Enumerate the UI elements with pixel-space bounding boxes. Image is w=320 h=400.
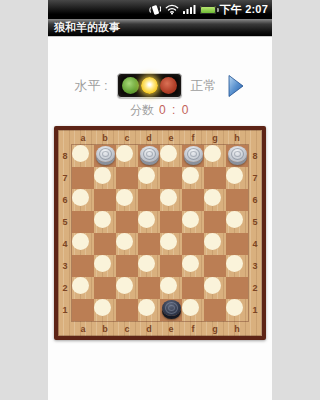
title-bar: 狼和羊的故事 bbox=[48, 19, 272, 37]
file-label-c: c bbox=[116, 133, 138, 143]
rank-label-6: 6 bbox=[248, 195, 262, 205]
square-e5[interactable] bbox=[160, 211, 182, 233]
square-g1[interactable] bbox=[204, 299, 226, 321]
square-c1[interactable] bbox=[116, 299, 138, 321]
square-c8[interactable] bbox=[116, 145, 133, 162]
square-d6[interactable] bbox=[138, 189, 160, 211]
file-label-g: g bbox=[204, 133, 226, 143]
square-b2[interactable] bbox=[94, 277, 116, 299]
square-c4[interactable] bbox=[116, 233, 133, 250]
square-f2[interactable] bbox=[182, 277, 204, 299]
rank-label-4: 4 bbox=[58, 239, 72, 249]
file-labels-top: abcdefgh bbox=[72, 130, 262, 145]
square-f1[interactable] bbox=[182, 299, 199, 316]
rank-label-7: 7 bbox=[248, 173, 262, 183]
vibrate-icon bbox=[149, 4, 161, 16]
square-e6[interactable] bbox=[160, 189, 177, 206]
square-c5[interactable] bbox=[116, 211, 138, 233]
square-a1[interactable] bbox=[72, 299, 94, 321]
square-g8[interactable] bbox=[204, 145, 221, 162]
square-f3[interactable] bbox=[182, 255, 199, 272]
file-label-h: h bbox=[226, 133, 248, 143]
square-e4[interactable] bbox=[160, 233, 177, 250]
traffic-light-selector[interactable] bbox=[117, 73, 182, 98]
sheep-piece-b8[interactable] bbox=[96, 146, 115, 162]
rank-label-4: 4 bbox=[248, 239, 262, 249]
square-a4[interactable] bbox=[72, 233, 89, 250]
file-label-a: a bbox=[72, 133, 94, 143]
rank-label-8: 8 bbox=[248, 151, 262, 161]
red-light-icon[interactable] bbox=[160, 77, 177, 94]
rank-labels-left: 87654321 bbox=[58, 145, 72, 321]
rank-label-5: 5 bbox=[58, 217, 72, 227]
file-label-h: h bbox=[226, 324, 248, 334]
play-button[interactable] bbox=[226, 74, 246, 98]
square-d8[interactable] bbox=[138, 145, 160, 167]
signal-icon bbox=[183, 4, 196, 15]
yellow-light-icon[interactable] bbox=[141, 77, 158, 94]
square-g6[interactable] bbox=[204, 189, 221, 206]
square-a6[interactable] bbox=[72, 189, 89, 206]
file-label-a: a bbox=[72, 324, 94, 334]
rank-label-6: 6 bbox=[58, 195, 72, 205]
rank-labels-right: 87654321 bbox=[248, 145, 262, 321]
file-labels-bottom: abcdefgh bbox=[72, 321, 262, 336]
square-h1[interactable] bbox=[226, 299, 243, 316]
app-title: 狼和羊的故事 bbox=[54, 20, 120, 35]
square-a5[interactable] bbox=[72, 211, 94, 233]
file-label-b: b bbox=[94, 324, 116, 334]
wifi-icon bbox=[165, 4, 179, 15]
file-label-d: d bbox=[138, 324, 160, 334]
rank-label-2: 2 bbox=[248, 283, 262, 293]
square-f7[interactable] bbox=[182, 167, 199, 184]
square-a8[interactable] bbox=[72, 145, 89, 162]
controls-row: 水平 : 正常 bbox=[48, 72, 272, 99]
rank-label-3: 3 bbox=[248, 261, 262, 271]
file-label-b: b bbox=[94, 133, 116, 143]
square-h5[interactable] bbox=[226, 211, 243, 228]
status-bar: 下午 2:07 bbox=[48, 0, 272, 19]
file-label-g: g bbox=[204, 324, 226, 334]
square-a2[interactable] bbox=[72, 277, 89, 294]
square-c3[interactable] bbox=[116, 255, 138, 277]
square-b4[interactable] bbox=[94, 233, 116, 255]
rank-label-3: 3 bbox=[58, 261, 72, 271]
difficulty-value: 正常 bbox=[191, 77, 217, 95]
square-e2[interactable] bbox=[160, 277, 177, 294]
square-a3[interactable] bbox=[72, 255, 94, 277]
square-b6[interactable] bbox=[94, 189, 116, 211]
square-a7[interactable] bbox=[72, 167, 94, 189]
wolf-piece-e1[interactable] bbox=[162, 300, 181, 316]
file-label-e: e bbox=[160, 133, 182, 143]
file-label-e: e bbox=[160, 324, 182, 334]
sheep-piece-d8[interactable] bbox=[140, 146, 159, 162]
square-g7[interactable] bbox=[204, 167, 226, 189]
score-value: 0 : 0 bbox=[159, 103, 190, 117]
board-grid bbox=[72, 145, 248, 321]
square-b7[interactable] bbox=[94, 167, 111, 184]
square-h8[interactable] bbox=[226, 145, 248, 167]
square-d5[interactable] bbox=[138, 211, 155, 228]
score-row: 分数0 : 0 bbox=[48, 102, 272, 119]
square-d3[interactable] bbox=[138, 255, 155, 272]
square-g5[interactable] bbox=[204, 211, 226, 233]
square-f8[interactable] bbox=[182, 145, 204, 167]
sheep-piece-f8[interactable] bbox=[184, 146, 203, 162]
rank-label-8: 8 bbox=[58, 151, 72, 161]
square-h3[interactable] bbox=[226, 255, 243, 272]
rank-label-1: 1 bbox=[248, 305, 262, 315]
file-label-f: f bbox=[182, 133, 204, 143]
square-f5[interactable] bbox=[182, 211, 199, 228]
square-b1[interactable] bbox=[94, 299, 111, 316]
status-time: 下午 2:07 bbox=[220, 2, 268, 17]
level-label: 水平 : bbox=[74, 77, 107, 95]
square-h4[interactable] bbox=[226, 233, 248, 255]
square-d1[interactable] bbox=[138, 299, 155, 316]
square-c7[interactable] bbox=[116, 167, 138, 189]
rank-label-2: 2 bbox=[58, 283, 72, 293]
score-label: 分数 bbox=[130, 103, 154, 117]
square-e7[interactable] bbox=[160, 167, 182, 189]
square-d4[interactable] bbox=[138, 233, 160, 255]
rank-label-7: 7 bbox=[58, 173, 72, 183]
square-c6[interactable] bbox=[116, 189, 133, 206]
rank-label-5: 5 bbox=[248, 217, 262, 227]
file-label-d: d bbox=[138, 133, 160, 143]
square-g2[interactable] bbox=[204, 277, 221, 294]
square-c2[interactable] bbox=[116, 277, 133, 294]
checkers-board: abcdefgh 87654321 87654321 abcdefgh bbox=[54, 126, 266, 340]
square-d7[interactable] bbox=[138, 167, 155, 184]
rank-label-1: 1 bbox=[58, 305, 72, 315]
square-e1[interactable] bbox=[160, 299, 182, 321]
square-d2[interactable] bbox=[138, 277, 160, 299]
square-h7[interactable] bbox=[226, 167, 243, 184]
square-g3[interactable] bbox=[204, 255, 226, 277]
square-b3[interactable] bbox=[94, 255, 111, 272]
square-g4[interactable] bbox=[204, 233, 221, 250]
square-h2[interactable] bbox=[226, 277, 248, 299]
file-label-f: f bbox=[182, 324, 204, 334]
square-f4[interactable] bbox=[182, 233, 204, 255]
square-h6[interactable] bbox=[226, 189, 248, 211]
phone-screen: 下午 2:07 狼和羊的故事 水平 : 正常 bbox=[48, 0, 272, 400]
sheep-piece-h8[interactable] bbox=[228, 146, 247, 162]
square-b8[interactable] bbox=[94, 145, 116, 167]
square-f6[interactable] bbox=[182, 189, 204, 211]
square-e8[interactable] bbox=[160, 145, 177, 162]
square-e3[interactable] bbox=[160, 255, 182, 277]
file-label-c: c bbox=[116, 324, 138, 334]
green-light-icon[interactable] bbox=[122, 77, 139, 94]
square-b5[interactable] bbox=[94, 211, 111, 228]
battery-icon bbox=[200, 6, 216, 14]
